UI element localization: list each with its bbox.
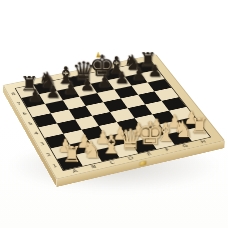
- piece-black-pawn[interactable]: ♟: [26, 87, 45, 104]
- piece-black-pawn[interactable]: ♟: [146, 63, 164, 79]
- piece-black-pawn[interactable]: ♟: [61, 80, 79, 97]
- piece-black-pawn[interactable]: ♟: [112, 70, 130, 86]
- chess-set-photo: ♜♞♝♛♚♝♞♜♟♟♟♟♟♟♟♟♟♟♟♟♟♟♟♟♜♞♝♛♚♝♞♜ ABCDEFG…: [0, 0, 228, 228]
- piece-black-pawn[interactable]: ♟: [95, 73, 113, 90]
- piece-black-pawn[interactable]: ♟: [43, 84, 61, 101]
- piece-black-pawn[interactable]: ♟: [129, 66, 147, 82]
- piece-white-knight[interactable]: ♞: [81, 139, 101, 162]
- piece-black-pawn[interactable]: ♟: [78, 77, 96, 94]
- piece-white-bishop[interactable]: ♝: [100, 132, 120, 157]
- piece-white-rook[interactable]: ♜: [62, 144, 82, 166]
- square-h4[interactable]: [162, 97, 186, 110]
- brass-latch-icon: [139, 161, 146, 167]
